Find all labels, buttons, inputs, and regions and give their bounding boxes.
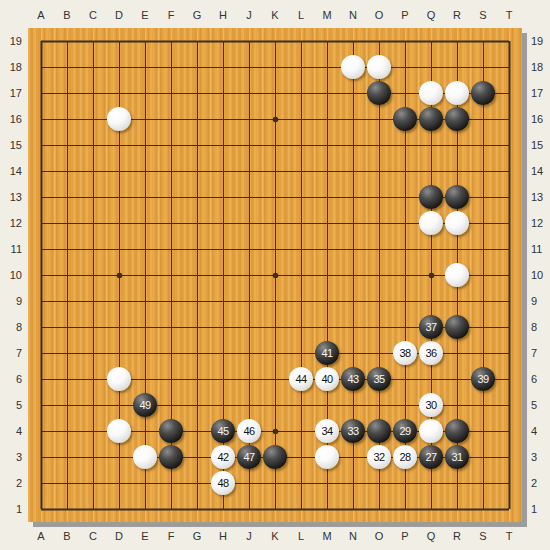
stone-white-m4-move-34: 34 — [315, 419, 339, 443]
stone-black-m7-move-41: 41 — [315, 341, 339, 365]
stone-black-r4 — [445, 419, 469, 443]
stone-white-r12 — [445, 211, 469, 235]
stone-white-o3-move-32: 32 — [367, 445, 391, 469]
stone-white-m6-move-40: 40 — [315, 367, 339, 391]
col-label-c: C — [80, 525, 106, 547]
row-label-11: 11 — [528, 236, 550, 262]
stone-white-q7-move-36: 36 — [419, 341, 443, 365]
col-label-l: L — [288, 525, 314, 547]
stone-white-j4-move-46: 46 — [237, 419, 261, 443]
row-label-16: 16 — [0, 106, 25, 132]
stone-white-p3-move-28: 28 — [393, 445, 417, 469]
col-label-b: B — [54, 525, 80, 547]
stone-white-h2-move-48: 48 — [211, 471, 235, 495]
col-label-n: N — [340, 4, 366, 26]
stone-black-n6-move-43: 43 — [341, 367, 365, 391]
row-label-9: 9 — [528, 288, 550, 314]
row-label-17: 17 — [0, 80, 25, 106]
row-label-8: 8 — [528, 314, 550, 340]
col-label-d: D — [106, 4, 132, 26]
row-label-6: 6 — [0, 366, 25, 392]
col-label-p: P — [392, 525, 418, 547]
stone-black-o17 — [367, 81, 391, 105]
col-label-q: Q — [418, 4, 444, 26]
col-label-d: D — [106, 525, 132, 547]
col-label-r: R — [444, 4, 470, 26]
row-label-7: 7 — [0, 340, 25, 366]
stone-black-s17 — [471, 81, 495, 105]
stone-white-q4 — [419, 419, 443, 443]
stone-white-e3 — [133, 445, 157, 469]
row-label-14: 14 — [528, 158, 550, 184]
col-label-k: K — [262, 4, 288, 26]
col-label-t: T — [496, 525, 522, 547]
stone-black-q13 — [419, 185, 443, 209]
stone-black-f3 — [159, 445, 183, 469]
row-labels-right: 19181716151413121110987654321 — [528, 28, 550, 522]
stone-white-h3-move-42: 42 — [211, 445, 235, 469]
stone-black-o6-move-35: 35 — [367, 367, 391, 391]
stone-white-d4 — [107, 419, 131, 443]
stone-white-n18 — [341, 55, 365, 79]
col-label-g: G — [184, 525, 210, 547]
row-label-18: 18 — [0, 54, 25, 80]
stone-black-r13 — [445, 185, 469, 209]
row-label-15: 15 — [0, 132, 25, 158]
stone-white-d6 — [107, 367, 131, 391]
stone-layer: 2728293031323334353637383940414243444546… — [28, 28, 522, 522]
row-label-7: 7 — [528, 340, 550, 366]
col-label-c: C — [80, 4, 106, 26]
col-label-h: H — [210, 525, 236, 547]
stone-white-p7-move-38: 38 — [393, 341, 417, 365]
col-label-m: M — [314, 525, 340, 547]
row-label-4: 4 — [0, 418, 25, 444]
row-label-19: 19 — [528, 28, 550, 54]
go-diagram-frame: ABCDEFGHJKLMNOPQRST ABCDEFGHJKLMNOPQRST … — [0, 0, 550, 550]
col-label-f: F — [158, 525, 184, 547]
row-label-10: 10 — [528, 262, 550, 288]
go-board: 2728293031323334353637383940414243444546… — [28, 28, 522, 522]
stone-black-p16 — [393, 107, 417, 131]
stone-black-r16 — [445, 107, 469, 131]
row-label-15: 15 — [528, 132, 550, 158]
row-label-9: 9 — [0, 288, 25, 314]
col-label-r: R — [444, 525, 470, 547]
row-label-2: 2 — [0, 470, 25, 496]
col-label-m: M — [314, 4, 340, 26]
stone-black-e5-move-49: 49 — [133, 393, 157, 417]
row-label-11: 11 — [0, 236, 25, 262]
col-label-s: S — [470, 4, 496, 26]
row-label-18: 18 — [528, 54, 550, 80]
row-label-8: 8 — [0, 314, 25, 340]
row-label-10: 10 — [0, 262, 25, 288]
row-label-3: 3 — [0, 444, 25, 470]
row-label-19: 19 — [0, 28, 25, 54]
col-label-n: N — [340, 525, 366, 547]
row-label-14: 14 — [0, 158, 25, 184]
stone-black-k3 — [263, 445, 287, 469]
row-label-4: 4 — [528, 418, 550, 444]
stone-white-q17 — [419, 81, 443, 105]
stone-black-r3-move-31: 31 — [445, 445, 469, 469]
stone-black-h4-move-45: 45 — [211, 419, 235, 443]
row-label-5: 5 — [528, 392, 550, 418]
col-label-q: Q — [418, 525, 444, 547]
col-label-o: O — [366, 4, 392, 26]
row-label-1: 1 — [528, 496, 550, 522]
col-label-t: T — [496, 4, 522, 26]
col-label-e: E — [132, 4, 158, 26]
stone-white-o18 — [367, 55, 391, 79]
stone-white-l6-move-44: 44 — [289, 367, 313, 391]
col-label-j: J — [236, 4, 262, 26]
stone-black-f4 — [159, 419, 183, 443]
col-label-h: H — [210, 4, 236, 26]
col-label-j: J — [236, 525, 262, 547]
row-label-16: 16 — [528, 106, 550, 132]
stone-black-s6-move-39: 39 — [471, 367, 495, 391]
col-label-e: E — [132, 525, 158, 547]
stone-white-r17 — [445, 81, 469, 105]
col-label-b: B — [54, 4, 80, 26]
stone-black-q16 — [419, 107, 443, 131]
row-label-17: 17 — [528, 80, 550, 106]
stone-black-q3-move-27: 27 — [419, 445, 443, 469]
col-label-f: F — [158, 4, 184, 26]
row-labels-left: 19181716151413121110987654321 — [0, 28, 25, 522]
stone-black-j3-move-47: 47 — [237, 445, 261, 469]
row-label-5: 5 — [0, 392, 25, 418]
col-label-g: G — [184, 4, 210, 26]
row-label-6: 6 — [528, 366, 550, 392]
col-label-k: K — [262, 525, 288, 547]
stone-black-r8 — [445, 315, 469, 339]
stone-white-r10 — [445, 263, 469, 287]
stone-black-o4 — [367, 419, 391, 443]
row-label-12: 12 — [0, 210, 25, 236]
stone-black-q8-move-37: 37 — [419, 315, 443, 339]
stone-white-q5-move-30: 30 — [419, 393, 443, 417]
stone-white-d16 — [107, 107, 131, 131]
row-label-2: 2 — [528, 470, 550, 496]
column-labels-bottom: ABCDEFGHJKLMNOPQRST — [28, 525, 522, 547]
row-label-13: 13 — [0, 184, 25, 210]
stone-white-m3 — [315, 445, 339, 469]
stone-black-n4-move-33: 33 — [341, 419, 365, 443]
col-label-a: A — [28, 525, 54, 547]
row-label-3: 3 — [528, 444, 550, 470]
row-label-12: 12 — [528, 210, 550, 236]
column-labels-top: ABCDEFGHJKLMNOPQRST — [28, 4, 522, 26]
col-label-o: O — [366, 525, 392, 547]
stone-white-q12 — [419, 211, 443, 235]
col-label-l: L — [288, 4, 314, 26]
row-label-13: 13 — [528, 184, 550, 210]
col-label-a: A — [28, 4, 54, 26]
col-label-s: S — [470, 525, 496, 547]
col-label-p: P — [392, 4, 418, 26]
row-label-1: 1 — [0, 496, 25, 522]
stone-black-p4-move-29: 29 — [393, 419, 417, 443]
